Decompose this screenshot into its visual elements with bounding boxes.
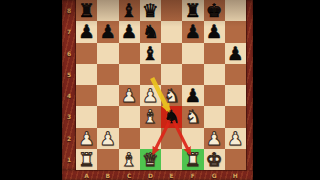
piece-black-b-c8: ♝	[121, 0, 138, 21]
square-c6[interactable]	[119, 43, 140, 64]
piece-white-q-d1: ♛	[142, 149, 159, 170]
square-a6[interactable]	[76, 43, 97, 64]
piece-black-k-g8: ♚	[206, 0, 223, 21]
square-b7[interactable]: ♟	[97, 21, 118, 42]
piece-white-p-b2: ♟	[100, 128, 117, 149]
piece-black-r-f8: ♜	[185, 0, 202, 21]
square-c5[interactable]	[119, 64, 140, 85]
square-c3[interactable]	[119, 106, 140, 127]
square-g5[interactable]	[204, 64, 225, 85]
video-frame: 87654321 ABCDEFGH ♜♝♛♜♚♟♟♟♞♟♟♝♟♟♟♞♟♝♞♞♟♟…	[0, 0, 320, 180]
square-e5[interactable]	[161, 64, 182, 85]
piece-white-p-h2: ♟	[227, 128, 244, 149]
square-d3[interactable]: ♝	[140, 106, 161, 127]
file-label-b: B	[97, 170, 118, 180]
board-frame-right	[246, 0, 253, 180]
square-f2[interactable]	[182, 128, 203, 149]
piece-black-q-d8: ♛	[142, 0, 159, 21]
square-h5[interactable]	[225, 64, 246, 85]
square-a4[interactable]	[76, 85, 97, 106]
piece-black-p-g7: ♟	[206, 21, 223, 42]
square-h8[interactable]	[225, 0, 246, 21]
square-c8[interactable]: ♝	[119, 0, 140, 21]
square-a8[interactable]: ♜	[76, 0, 97, 21]
square-c4[interactable]: ♟	[119, 85, 140, 106]
square-d7[interactable]: ♞	[140, 21, 161, 42]
piece-black-b-d6: ♝	[142, 43, 159, 64]
piece-white-k-g1: ♚	[206, 149, 223, 170]
board-frame-bottom: ABCDEFGH	[62, 170, 253, 180]
square-h3[interactable]	[225, 106, 246, 127]
piece-black-p-h6: ♟	[227, 43, 244, 64]
square-a7[interactable]: ♟	[76, 21, 97, 42]
square-a1[interactable]: ♜	[76, 149, 97, 170]
square-b4[interactable]	[97, 85, 118, 106]
piece-white-p-d4: ♟	[142, 85, 159, 106]
rank-label-7: 7	[62, 21, 76, 42]
file-label-h: H	[225, 170, 246, 180]
rank-label-5: 5	[62, 64, 76, 85]
piece-black-n-d7: ♞	[142, 21, 159, 42]
square-f3[interactable]: ♞	[182, 106, 203, 127]
rank-label-3: 3	[62, 106, 76, 127]
piece-white-b-c1: ♝	[121, 149, 138, 170]
square-h2[interactable]: ♟	[225, 128, 246, 149]
square-b3[interactable]	[97, 106, 118, 127]
square-b6[interactable]	[97, 43, 118, 64]
piece-white-p-c4: ♟	[121, 85, 138, 106]
square-e2[interactable]	[161, 128, 182, 149]
square-b8[interactable]	[97, 0, 118, 21]
square-c7[interactable]: ♟	[119, 21, 140, 42]
piece-black-p-b7: ♟	[100, 21, 117, 42]
piece-black-p-f7: ♟	[185, 21, 202, 42]
square-e1[interactable]	[161, 149, 182, 170]
piece-white-p-g2: ♟	[206, 128, 223, 149]
piece-white-p-a2: ♟	[78, 128, 95, 149]
rank-label-6: 6	[62, 43, 76, 64]
piece-white-r-a1: ♜	[78, 149, 95, 170]
square-a2[interactable]: ♟	[76, 128, 97, 149]
square-e7[interactable]	[161, 21, 182, 42]
file-label-c: C	[119, 170, 140, 180]
square-e3[interactable]: ♞	[161, 106, 182, 127]
square-h7[interactable]	[225, 21, 246, 42]
square-g3[interactable]	[204, 106, 225, 127]
rank-label-2: 2	[62, 128, 76, 149]
square-c2[interactable]	[119, 128, 140, 149]
square-b2[interactable]: ♟	[97, 128, 118, 149]
square-e8[interactable]	[161, 0, 182, 21]
board-frame-left: 87654321	[62, 0, 76, 170]
file-label-g: G	[204, 170, 225, 180]
square-g7[interactable]: ♟	[204, 21, 225, 42]
square-c1[interactable]: ♝	[119, 149, 140, 170]
file-label-f: F	[182, 170, 203, 180]
square-d2[interactable]	[140, 128, 161, 149]
square-h1[interactable]	[225, 149, 246, 170]
square-g2[interactable]: ♟	[204, 128, 225, 149]
square-h4[interactable]	[225, 85, 246, 106]
file-label-a: A	[76, 170, 97, 180]
square-d6[interactable]: ♝	[140, 43, 161, 64]
square-b5[interactable]	[97, 64, 118, 85]
piece-black-p-a7: ♟	[78, 21, 95, 42]
piece-black-n-e3: ♞	[163, 106, 180, 127]
square-a5[interactable]	[76, 64, 97, 85]
square-b1[interactable]	[97, 149, 118, 170]
chess-board[interactable]: ♜♝♛♜♚♟♟♟♞♟♟♝♟♟♟♞♟♝♞♞♟♟♟♟♜♝♛♜♚	[76, 0, 246, 170]
rank-label-1: 1	[62, 149, 76, 170]
piece-white-b-d3: ♝	[142, 106, 159, 127]
square-d4[interactable]: ♟	[140, 85, 161, 106]
piece-black-r-a8: ♜	[78, 0, 95, 21]
square-f5[interactable]	[182, 64, 203, 85]
square-d8[interactable]: ♛	[140, 0, 161, 21]
square-f4[interactable]: ♟	[182, 85, 203, 106]
square-d5[interactable]	[140, 64, 161, 85]
file-labels: ABCDEFGH	[76, 170, 246, 180]
square-g1[interactable]: ♚	[204, 149, 225, 170]
piece-white-r-f1: ♜	[185, 149, 202, 170]
square-e6[interactable]	[161, 43, 182, 64]
piece-white-n-f3: ♞	[185, 106, 202, 127]
piece-white-n-e4: ♞	[163, 85, 180, 106]
rank-label-4: 4	[62, 85, 76, 106]
square-f6[interactable]	[182, 43, 203, 64]
square-d1[interactable]: ♛	[140, 149, 161, 170]
piece-black-p-c7: ♟	[121, 21, 138, 42]
square-g4[interactable]	[204, 85, 225, 106]
piece-black-p-f4: ♟	[185, 85, 202, 106]
square-f8[interactable]: ♜	[182, 0, 203, 21]
square-a3[interactable]	[76, 106, 97, 127]
rank-label-8: 8	[62, 0, 76, 21]
square-f1[interactable]: ♜	[182, 149, 203, 170]
square-g8[interactable]: ♚	[204, 0, 225, 21]
file-label-d: D	[140, 170, 161, 180]
square-f7[interactable]: ♟	[182, 21, 203, 42]
square-h6[interactable]: ♟	[225, 43, 246, 64]
square-e4[interactable]: ♞	[161, 85, 182, 106]
file-label-e: E	[161, 170, 182, 180]
square-g6[interactable]	[204, 43, 225, 64]
